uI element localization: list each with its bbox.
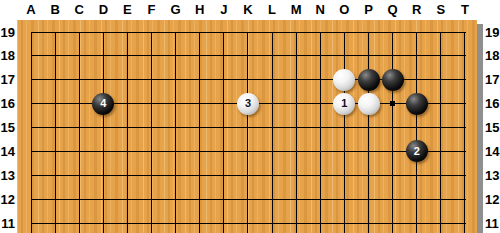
- row-label-left-18: 18: [0, 46, 16, 66]
- stone-black-Q17[interactable]: [382, 69, 404, 91]
- row-label-left-19: 19: [0, 22, 16, 42]
- row-label-right-16: 16: [485, 94, 500, 114]
- grid-line-vertical-J: [223, 32, 224, 233]
- grid-line-vertical-C: [79, 32, 80, 233]
- grid-line-horizontal-19: [31, 32, 466, 33]
- stone-white-P16[interactable]: [358, 93, 380, 115]
- col-label-H: H: [191, 0, 209, 19]
- grid-line-vertical-B: [55, 32, 56, 233]
- grid-line-vertical-O: [344, 32, 345, 233]
- move-number: 2: [414, 146, 420, 157]
- row-label-right-12: 12: [485, 189, 500, 209]
- row-label-right-14: 14: [485, 141, 500, 161]
- grid-line-vertical-G: [175, 32, 176, 233]
- row-label-left-11: 11: [0, 213, 16, 233]
- stone-white-K16[interactable]: 3: [237, 93, 259, 115]
- stone-white-O16[interactable]: 1: [333, 93, 355, 115]
- col-label-E: E: [118, 0, 136, 19]
- row-label-right-11: 11: [485, 213, 500, 233]
- grid-line-vertical-N: [320, 32, 321, 233]
- row-label-right-19: 19: [485, 22, 500, 42]
- star-point-Q16: [390, 101, 395, 106]
- grid-line-horizontal-12: [31, 199, 466, 200]
- col-label-N: N: [311, 0, 329, 19]
- col-label-G: G: [167, 0, 185, 19]
- grid-line-horizontal-18: [31, 55, 466, 56]
- col-label-B: B: [46, 0, 64, 19]
- grid-line-horizontal-13: [31, 175, 466, 176]
- row-label-left-16: 16: [0, 94, 16, 114]
- col-label-F: F: [143, 0, 161, 19]
- board-shadow: [477, 24, 483, 233]
- grid-line-vertical-D: [103, 32, 104, 233]
- stone-black-R16[interactable]: [406, 93, 428, 115]
- col-label-J: J: [215, 0, 233, 19]
- grid-line-vertical-T: [464, 32, 465, 233]
- row-label-right-17: 17: [485, 70, 500, 90]
- go-diagram: 1432 ABCDEFGHJKLMNOPQRST1919181817171616…: [0, 0, 500, 233]
- col-label-R: R: [408, 0, 426, 19]
- grid-line-vertical-P: [368, 32, 369, 233]
- grid-line-vertical-L: [272, 32, 273, 233]
- grid-line-horizontal-15: [31, 127, 466, 128]
- move-number: 4: [100, 98, 106, 109]
- grid-line-vertical-M: [296, 32, 297, 233]
- row-label-left-14: 14: [0, 141, 16, 161]
- row-label-right-13: 13: [485, 165, 500, 185]
- stone-black-R14[interactable]: 2: [406, 140, 428, 162]
- grid-line-vertical-A: [31, 32, 32, 233]
- grid-line-vertical-K: [247, 32, 248, 233]
- col-label-Q: Q: [384, 0, 402, 19]
- move-number: 3: [245, 98, 251, 109]
- col-label-C: C: [70, 0, 88, 19]
- grid-line-horizontal-14: [31, 151, 466, 152]
- grid-line-vertical-E: [127, 32, 128, 233]
- col-label-M: M: [287, 0, 305, 19]
- row-label-left-15: 15: [0, 118, 16, 138]
- col-label-L: L: [263, 0, 281, 19]
- move-number: 1: [341, 98, 347, 109]
- grid-line-vertical-S: [440, 32, 441, 233]
- row-label-left-13: 13: [0, 165, 16, 185]
- col-label-K: K: [239, 0, 257, 19]
- stone-white-O17[interactable]: [333, 69, 355, 91]
- col-label-T: T: [456, 0, 474, 19]
- go-board-surface[interactable]: 1432: [17, 20, 477, 233]
- col-label-A: A: [22, 0, 40, 19]
- row-label-right-15: 15: [485, 118, 500, 138]
- grid-line-vertical-Q: [392, 32, 393, 233]
- col-label-D: D: [94, 0, 112, 19]
- grid-line-vertical-F: [151, 32, 152, 233]
- row-label-right-18: 18: [485, 46, 500, 66]
- grid-line-horizontal-11: [31, 223, 466, 224]
- row-label-left-12: 12: [0, 189, 16, 209]
- col-label-P: P: [360, 0, 378, 19]
- stone-black-D16[interactable]: 4: [92, 93, 114, 115]
- col-label-S: S: [432, 0, 450, 19]
- col-label-O: O: [335, 0, 353, 19]
- row-label-left-17: 17: [0, 70, 16, 90]
- stone-black-P17[interactable]: [358, 69, 380, 91]
- grid-line-vertical-R: [416, 32, 417, 233]
- grid-line-vertical-H: [199, 32, 200, 233]
